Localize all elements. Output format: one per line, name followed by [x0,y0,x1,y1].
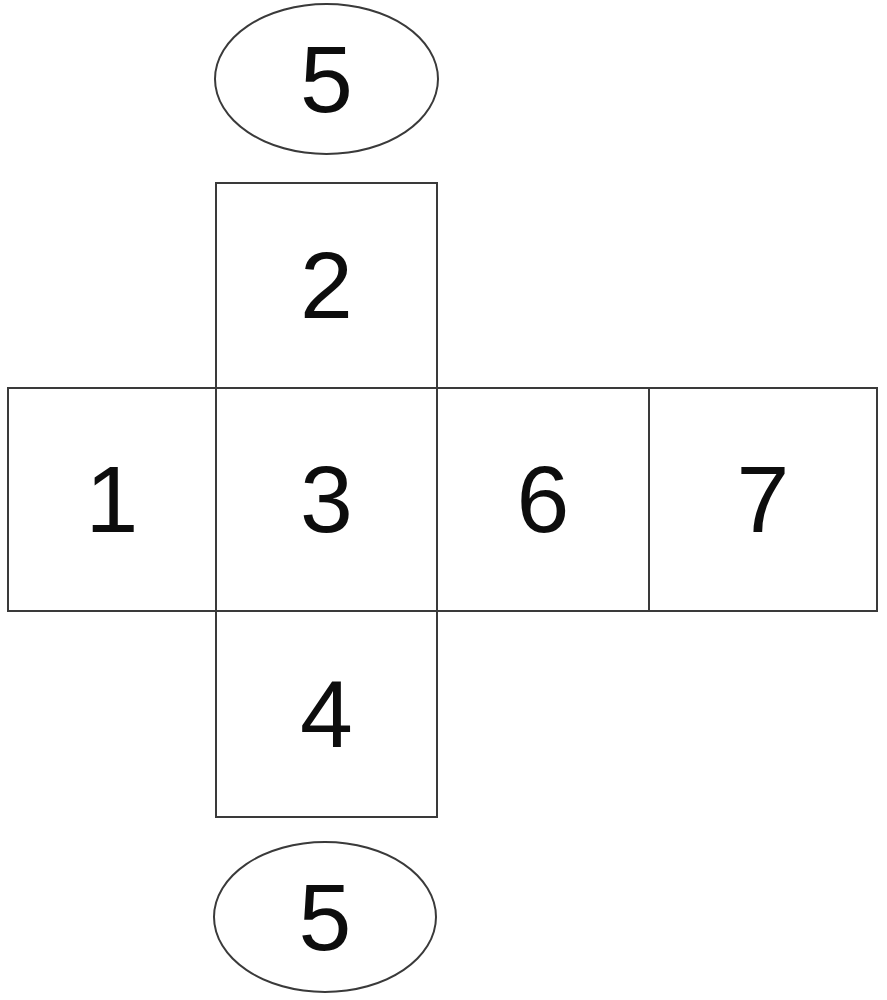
bottom-oval-label: 5 [299,870,352,965]
face-cell-6: 6 [436,389,648,610]
top-oval: 5 [214,3,439,155]
top-oval-label: 5 [300,32,353,127]
bottom-oval: 5 [213,841,437,993]
face-1-label: 1 [86,452,139,547]
face-cell-7: 7 [648,389,876,610]
face-6-label: 6 [517,452,570,547]
face-cell-3: 3 [215,389,436,610]
face-7-label: 7 [737,452,790,547]
face-cell-4: 4 [215,612,438,818]
face-4-label: 4 [300,667,353,762]
face-2-label: 2 [300,238,353,333]
face-3-label: 3 [300,452,353,547]
face-cell-1: 1 [9,389,215,610]
net-middle-row: 1 3 6 7 [7,387,878,612]
face-cell-2: 2 [215,182,438,387]
cube-net-diagram: 5 2 1 3 6 7 4 5 [0,0,887,1000]
